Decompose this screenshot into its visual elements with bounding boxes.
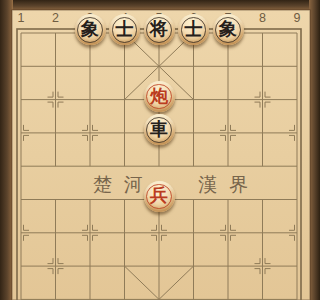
piece-black-elephant[interactable]: 象 — [213, 14, 244, 45]
piece-character: 士 — [109, 14, 140, 45]
piece-black-general[interactable]: 将 — [144, 14, 175, 45]
piece-black-elephant[interactable]: 象 — [75, 14, 106, 45]
frame-top — [0, 0, 320, 11]
piece-character: 車 — [144, 114, 175, 145]
piece-character: 将 — [144, 14, 175, 45]
piece-black-advisor[interactable]: 士 — [178, 14, 209, 45]
piece-character: 兵 — [144, 181, 175, 212]
piece-character: 炮 — [144, 81, 175, 112]
piece-character: 士 — [178, 14, 209, 45]
pieces-grid: 象士将士象炮車兵 — [4, 16, 315, 300]
piece-black-advisor[interactable]: 士 — [109, 14, 140, 45]
piece-black-chariot[interactable]: 車 — [144, 114, 175, 145]
piece-red-cannon[interactable]: 炮 — [144, 81, 175, 112]
xiangqi-app: 123456789 楚河 漢界 象士将士象炮車兵 — [0, 0, 320, 300]
piece-character: 象 — [75, 14, 106, 45]
piece-character: 象 — [213, 14, 244, 45]
piece-red-soldier[interactable]: 兵 — [144, 181, 175, 212]
